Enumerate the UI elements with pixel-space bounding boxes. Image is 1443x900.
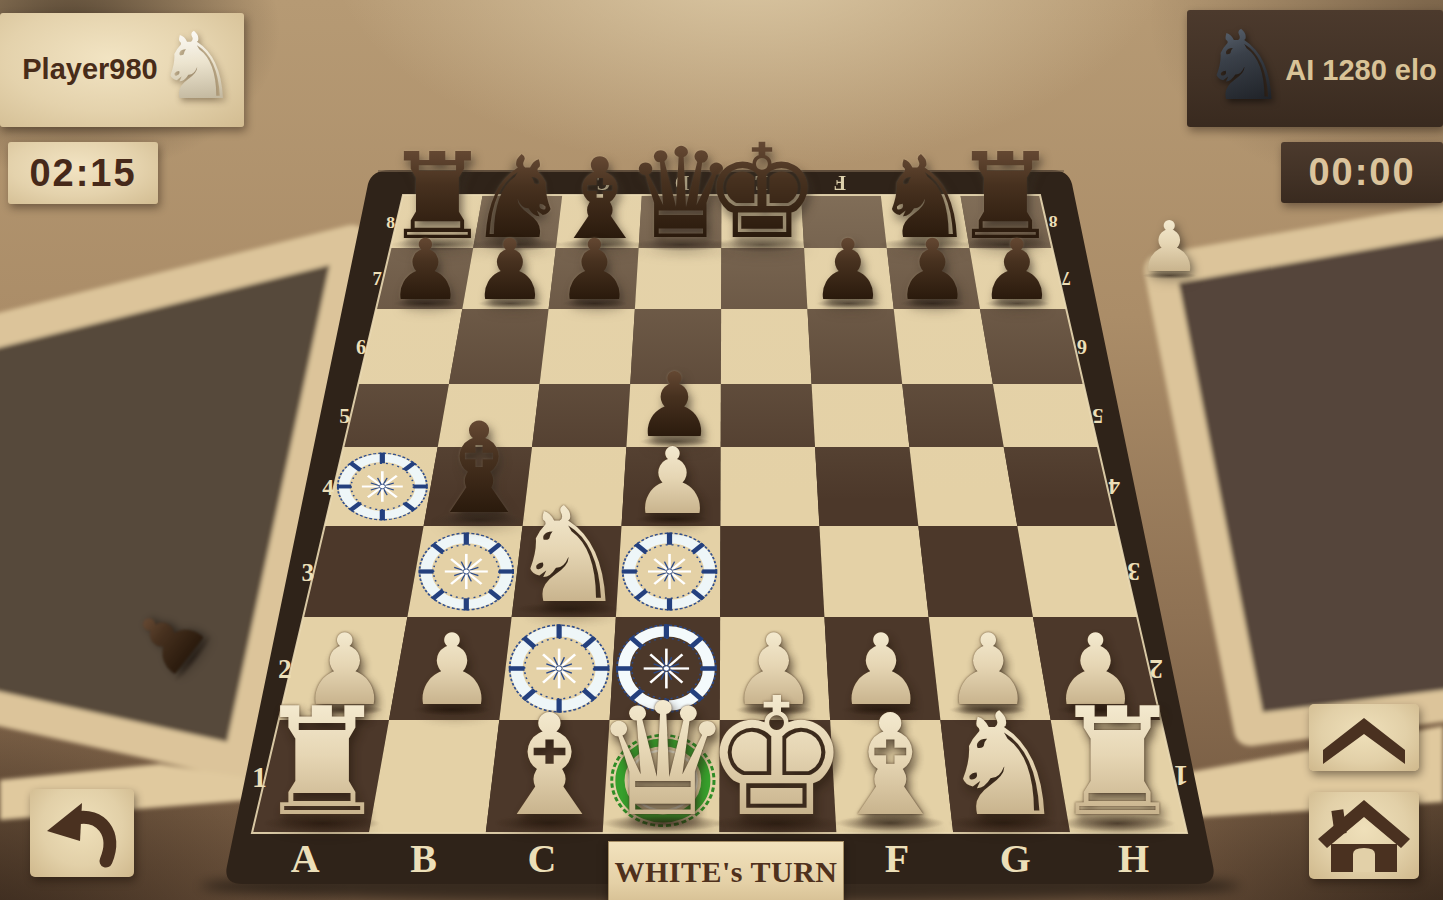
piece-black-pawn-a7[interactable]: ♟ bbox=[388, 228, 463, 312]
piece-white-rook-h1[interactable]: ♜ bbox=[1050, 688, 1184, 837]
game-scene: { "game": "chess", "app": { "turn_banner… bbox=[0, 0, 1443, 900]
piece-white-knight-g1[interactable]: ♞ bbox=[940, 694, 1067, 836]
piece-black-king-e8[interactable]: ♚ bbox=[704, 127, 821, 257]
piece-black-pawn-f7[interactable]: ♟ bbox=[810, 228, 885, 312]
piece-white-knight-c3[interactable]: ♞ bbox=[509, 490, 627, 622]
piece-black-pawn-c7[interactable]: ♟ bbox=[557, 228, 632, 312]
piece-white-bishop-f1[interactable]: ♝ bbox=[827, 696, 952, 836]
turn-banner: WHITE's TURN bbox=[608, 841, 844, 900]
piece-black-pawn-h7[interactable]: ♟ bbox=[979, 228, 1054, 312]
piece-white-pawn-b2[interactable]: ♟ bbox=[408, 621, 496, 719]
piece-black-pawn-g7[interactable]: ♟ bbox=[895, 228, 970, 312]
piece-white-rook-a1[interactable]: ♜ bbox=[255, 688, 389, 837]
piece-white-pawn-d4[interactable]: ♟ bbox=[631, 436, 713, 528]
piece-black-pawn-b7[interactable]: ♟ bbox=[472, 228, 547, 312]
pieces-layer: ♜♞♝♛♚♞♜♟♟♟♟♟♟♟♝♟♞♟♟♟♟♟♟♜♝♛♚♝♞♜ bbox=[0, 0, 1443, 900]
